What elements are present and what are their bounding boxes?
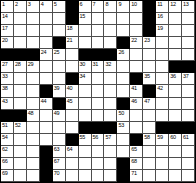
black-square-r6c15 (182, 61, 195, 73)
cell-r2c8[interactable] (92, 13, 105, 25)
cell-r5c14[interactable] (169, 49, 182, 61)
clue-number: 25 (54, 49, 60, 55)
clue-number: 35 (144, 73, 150, 79)
cell-r2c1[interactable]: 14 (1, 13, 14, 25)
cell-r8c5[interactable]: 39 (53, 85, 66, 97)
cell-r4c6[interactable]: 21 (66, 37, 79, 49)
cell-r7c9[interactable] (104, 73, 117, 85)
cell-r8c11[interactable]: 41 (130, 85, 143, 97)
black-square-r11c15 (182, 122, 195, 134)
cell-r5c4[interactable]: 24 (40, 49, 53, 61)
cell-r4c2[interactable] (14, 37, 27, 49)
cell-r6c5[interactable] (53, 61, 66, 73)
cell-r12c5[interactable] (53, 134, 66, 146)
cell-r6c7[interactable]: 30 (79, 61, 92, 73)
cell-r3c15[interactable] (182, 25, 195, 37)
black-square-r5c1 (1, 49, 14, 61)
cell-r2c2[interactable] (14, 13, 27, 25)
cell-r10c9[interactable] (104, 110, 117, 122)
black-square-r10c1 (1, 110, 14, 122)
cell-r2c9[interactable] (104, 13, 117, 25)
black-square-r8c12 (143, 85, 156, 97)
cell-r11c4[interactable] (40, 122, 53, 134)
cell-r12c15[interactable]: 61 (182, 134, 195, 146)
cell-r13c12[interactable] (143, 146, 156, 158)
cell-r13c6[interactable]: 64 (66, 146, 79, 158)
black-square-r4c10 (117, 37, 130, 49)
clue-number: 62 (2, 146, 8, 152)
clue-number: 60 (170, 134, 176, 140)
clue-number: 58 (144, 134, 150, 140)
clue-number: 40 (67, 85, 73, 91)
cell-r14c11[interactable]: 68 (130, 158, 143, 170)
clue-number: 67 (54, 158, 60, 164)
cell-r9c3[interactable] (27, 98, 40, 110)
cell-r4c1[interactable]: 20 (1, 37, 14, 49)
cell-r3c10[interactable] (117, 25, 130, 37)
cell-r10c8[interactable] (92, 110, 105, 122)
clue-number: 22 (131, 37, 137, 43)
cell-r7c12[interactable]: 35 (143, 73, 156, 85)
cell-r8c7[interactable] (79, 85, 92, 97)
cell-r4c12[interactable]: 23 (143, 37, 156, 49)
black-square-r13c4 (40, 146, 53, 158)
clue-number: 65 (131, 146, 137, 152)
cell-r14c7[interactable] (79, 158, 92, 170)
cell-r12c9[interactable]: 57 (104, 134, 117, 146)
cell-r11c3[interactable] (27, 122, 40, 134)
cell-r13c14[interactable] (169, 146, 182, 158)
cell-r12c3[interactable] (27, 134, 40, 146)
clue-number: 51 (2, 122, 8, 128)
cell-r6c6[interactable] (66, 61, 79, 73)
clue-number: 49 (54, 110, 60, 116)
cell-r2c13[interactable]: 16 (156, 13, 169, 25)
cell-r15c13[interactable] (156, 170, 169, 182)
cell-r6c13[interactable] (156, 61, 169, 73)
clue-number: 17 (2, 25, 8, 31)
cell-r14c5[interactable]: 67 (53, 158, 66, 170)
clue-number: 37 (183, 73, 189, 79)
clue-number: 41 (131, 85, 137, 91)
cell-r6c8[interactable]: 31 (92, 61, 105, 73)
cell-r12c8[interactable]: 56 (92, 134, 105, 146)
cell-r9c14[interactable] (169, 98, 182, 110)
clue-number: 21 (67, 37, 73, 43)
cell-r1c13[interactable]: 11 (156, 1, 169, 13)
clue-number: 26 (118, 49, 124, 55)
cell-r8c8[interactable] (92, 85, 105, 97)
cell-r1c14[interactable]: 12 (169, 1, 182, 13)
cell-r4c13[interactable] (156, 37, 169, 49)
cell-r15c3[interactable] (27, 170, 40, 182)
cell-r13c13[interactable] (156, 146, 169, 158)
cell-r2c4[interactable] (40, 13, 53, 25)
cell-r11c2[interactable]: 52 (14, 122, 27, 134)
cell-r13c10[interactable] (117, 146, 130, 158)
black-square-r11c8 (92, 122, 105, 134)
cell-r1c8[interactable]: 7 (92, 1, 105, 13)
cell-r9c12[interactable]: 47 (143, 98, 156, 110)
clue-number: 1 (2, 1, 5, 7)
black-square-r1c12 (143, 1, 156, 13)
clue-number: 46 (131, 98, 137, 104)
cell-r10c5[interactable]: 49 (53, 110, 66, 122)
cell-r10c7[interactable] (79, 110, 92, 122)
cell-r5c5[interactable]: 25 (53, 49, 66, 61)
black-square-r11c14 (169, 122, 182, 134)
black-square-r1c6 (66, 1, 79, 13)
clue-number: 42 (157, 85, 163, 91)
clue-number: 24 (41, 49, 47, 55)
black-square-r2c6 (66, 13, 79, 25)
cell-r7c5[interactable] (53, 73, 66, 85)
clue-number: 32 (105, 61, 111, 67)
cell-r10c6[interactable] (66, 110, 79, 122)
cell-r13c7[interactable] (79, 146, 92, 158)
cell-r14c2[interactable] (14, 158, 27, 170)
cell-r5c6[interactable] (66, 49, 79, 61)
cell-r9c13[interactable] (156, 98, 169, 110)
cell-r4c7[interactable] (79, 37, 92, 49)
clue-number: 18 (67, 25, 73, 31)
cell-r14c12[interactable] (143, 158, 156, 170)
clue-number: 47 (144, 98, 150, 104)
cell-r4c15[interactable] (182, 37, 195, 49)
clue-number: 29 (28, 61, 34, 67)
cell-r12c4[interactable] (40, 134, 53, 146)
cell-r3c11[interactable] (130, 25, 143, 37)
clue-number: 2 (15, 1, 18, 7)
clue-number: 43 (2, 98, 8, 104)
cell-r15c6[interactable] (66, 170, 79, 182)
black-square-r2c12 (143, 13, 156, 25)
cell-r10c12[interactable] (143, 110, 156, 122)
clue-number: 70 (54, 170, 60, 176)
clue-number: 23 (144, 37, 150, 43)
cell-r4c14[interactable] (169, 37, 182, 49)
cell-r7c2[interactable] (14, 73, 27, 85)
black-square-r5c9 (104, 49, 117, 61)
clue-number: 20 (2, 37, 8, 43)
black-square-r12c6 (66, 134, 79, 146)
cell-r9c1[interactable]: 43 (1, 98, 14, 110)
clue-number: 56 (93, 134, 99, 140)
cell-r5c15[interactable] (182, 49, 195, 61)
cell-r9c15[interactable] (182, 98, 195, 110)
cell-r15c9[interactable] (104, 170, 117, 182)
cell-r14c9[interactable] (104, 158, 117, 170)
cell-r2c3[interactable] (27, 13, 40, 25)
cell-r11c1[interactable]: 51 (1, 122, 14, 134)
cell-r10c10[interactable]: 50 (117, 110, 130, 122)
cell-r8c13[interactable]: 42 (156, 85, 169, 97)
clue-number: 45 (67, 98, 73, 104)
cell-r1c4[interactable]: 4 (40, 1, 53, 13)
cell-r11c11[interactable] (130, 122, 143, 134)
cell-r9c2[interactable] (14, 98, 27, 110)
clue-number: 48 (28, 110, 34, 116)
black-square-r11c7 (79, 122, 92, 134)
clue-number: 34 (80, 73, 86, 79)
clue-number: 44 (41, 98, 47, 104)
black-square-r14c10 (117, 158, 130, 170)
cell-r13c11[interactable]: 65 (130, 146, 143, 158)
cell-r12c1[interactable]: 54 (1, 134, 14, 146)
cell-r13c2[interactable] (14, 146, 27, 158)
cell-r3c4[interactable] (40, 25, 53, 37)
cell-r10c13[interactable] (156, 110, 169, 122)
cell-r14c8[interactable] (92, 158, 105, 170)
cell-r6c3[interactable]: 29 (27, 61, 40, 73)
cell-r4c9[interactable] (104, 37, 117, 49)
cell-r3c3[interactable] (27, 25, 40, 37)
cell-r2c7[interactable]: 15 (79, 13, 92, 25)
clue-number: 28 (15, 61, 21, 67)
clue-number: 5 (54, 1, 57, 7)
cell-r7c10[interactable] (117, 73, 130, 85)
cell-r2c15[interactable] (182, 13, 195, 25)
black-square-r5c3 (27, 49, 40, 61)
clue-number: 69 (2, 170, 8, 176)
cell-r6c10[interactable] (117, 61, 130, 73)
cell-r8c10[interactable] (117, 85, 130, 97)
cell-r1c5[interactable]: 5 (53, 1, 66, 13)
cell-r15c12[interactable] (143, 170, 156, 182)
cell-r6c1[interactable]: 27 (1, 61, 14, 73)
cell-r8c6[interactable]: 40 (66, 85, 79, 97)
clue-number: 10 (131, 1, 137, 7)
clue-number: 50 (118, 110, 124, 116)
clue-number: 71 (131, 170, 137, 176)
clue-number: 30 (80, 61, 86, 67)
cell-r7c4[interactable] (40, 73, 53, 85)
cell-r5c12[interactable] (143, 49, 156, 61)
cell-r7c14[interactable]: 36 (169, 73, 182, 85)
black-square-r11c13 (156, 122, 169, 134)
cell-r8c9[interactable] (104, 85, 117, 97)
cell-r14c6[interactable] (66, 158, 79, 170)
cell-r4c8[interactable] (92, 37, 105, 49)
cell-r11c5[interactable] (53, 122, 66, 134)
cell-r8c15[interactable] (182, 85, 195, 97)
cell-r5c11[interactable] (130, 49, 143, 61)
cell-r8c3[interactable] (27, 85, 40, 97)
cell-r2c5[interactable] (53, 13, 66, 25)
cell-r9c4[interactable]: 44 (40, 98, 53, 110)
cell-r1c15[interactable]: 13 (182, 1, 195, 13)
cell-r9c8[interactable] (92, 98, 105, 110)
clue-number: 39 (54, 85, 60, 91)
cell-r7c7[interactable]: 34 (79, 73, 92, 85)
black-square-r5c2 (14, 49, 27, 61)
clue-number: 13 (183, 1, 189, 7)
cell-r3c14[interactable] (169, 25, 182, 37)
cell-r15c1[interactable]: 69 (1, 170, 14, 182)
cell-r10c14[interactable] (169, 110, 182, 122)
cell-r3c13[interactable]: 19 (156, 25, 169, 37)
black-square-r6c14 (169, 61, 182, 73)
cell-r1c10[interactable]: 9 (117, 1, 130, 13)
cell-r7c3[interactable] (27, 73, 40, 85)
cell-r2c11[interactable] (130, 13, 143, 25)
black-square-r8c4 (40, 85, 53, 97)
cell-r11c10[interactable]: 53 (117, 122, 130, 134)
cell-r3c8[interactable] (92, 25, 105, 37)
cell-r9c6[interactable]: 45 (66, 98, 79, 110)
crossword-grid: 1234567891011121314151617181920212223242… (0, 0, 196, 183)
cell-r3c9[interactable] (104, 25, 117, 37)
cell-r3c6[interactable]: 18 (66, 25, 79, 37)
clue-number: 54 (2, 134, 8, 140)
cell-r10c11[interactable] (130, 110, 143, 122)
cell-r9c11[interactable]: 46 (130, 98, 143, 110)
cell-r7c8[interactable] (92, 73, 105, 85)
clue-number: 3 (28, 1, 31, 7)
clue-number: 66 (2, 158, 8, 164)
cell-r7c15[interactable]: 37 (182, 73, 195, 85)
cell-r6c9[interactable]: 32 (104, 61, 117, 73)
cell-r1c7[interactable]: 6 (79, 1, 92, 13)
clue-number: 12 (170, 1, 176, 7)
cell-r15c11[interactable]: 71 (130, 170, 143, 182)
cell-r12c12[interactable]: 58 (143, 134, 156, 146)
cell-r4c3[interactable] (27, 37, 40, 49)
black-square-r5c8 (92, 49, 105, 61)
cell-r15c15[interactable] (182, 170, 195, 182)
cell-r10c4[interactable] (40, 110, 53, 122)
cell-r5c10[interactable]: 26 (117, 49, 130, 61)
cell-r4c4[interactable] (40, 37, 53, 49)
cell-r10c15[interactable] (182, 110, 195, 122)
cell-r6c12[interactable] (143, 61, 156, 73)
cell-r7c1[interactable]: 33 (1, 73, 14, 85)
black-square-r15c4 (40, 170, 53, 182)
cell-r3c1[interactable]: 17 (1, 25, 14, 37)
cell-r13c5[interactable]: 63 (53, 146, 66, 158)
clue-number: 14 (2, 13, 8, 19)
clue-number: 38 (2, 85, 8, 91)
cell-r13c8[interactable] (92, 146, 105, 158)
clue-number: 61 (183, 134, 189, 140)
cell-r14c1[interactable]: 66 (1, 158, 14, 170)
cell-r15c8[interactable] (92, 170, 105, 182)
clue-number: 59 (157, 134, 163, 140)
clue-number: 33 (2, 73, 8, 79)
cell-r4c11[interactable]: 22 (130, 37, 143, 49)
cell-r9c9[interactable] (104, 98, 117, 110)
clue-number: 52 (15, 122, 21, 128)
cell-r2c10[interactable] (117, 13, 130, 25)
cell-r12c10[interactable] (117, 134, 130, 146)
cell-r12c7[interactable]: 55 (79, 134, 92, 146)
clue-number: 19 (157, 25, 163, 31)
clue-number: 16 (157, 13, 163, 19)
cell-r13c1[interactable]: 62 (1, 146, 14, 158)
cell-r13c15[interactable] (182, 146, 195, 158)
cell-r1c1[interactable]: 1 (1, 1, 14, 13)
black-square-r10c2 (14, 110, 27, 122)
cell-r2c14[interactable] (169, 13, 182, 25)
cell-r9c7[interactable] (79, 98, 92, 110)
black-square-r4c5 (53, 37, 66, 49)
cell-r13c3[interactable] (27, 146, 40, 158)
cell-r15c7[interactable] (79, 170, 92, 182)
clue-number: 8 (105, 1, 108, 7)
clue-number: 55 (80, 134, 86, 140)
cell-r8c2[interactable] (14, 85, 27, 97)
clue-number: 15 (80, 13, 86, 19)
cell-r13c9[interactable] (104, 146, 117, 158)
cell-r1c3[interactable]: 3 (27, 1, 40, 13)
clue-number: 31 (93, 61, 99, 67)
clue-number: 6 (80, 1, 83, 7)
cell-r12c13[interactable]: 59 (156, 134, 169, 146)
cell-r14c13[interactable] (156, 158, 169, 170)
black-square-r11c9 (104, 122, 117, 134)
cell-r10c3[interactable]: 48 (27, 110, 40, 122)
cell-r14c14[interactable] (169, 158, 182, 170)
cell-r12c14[interactable]: 60 (169, 134, 182, 146)
cell-r1c2[interactable]: 2 (14, 1, 27, 13)
cell-r6c4[interactable] (40, 61, 53, 73)
cell-r15c2[interactable] (14, 170, 27, 182)
cell-r7c13[interactable] (156, 73, 169, 85)
black-square-r5c7 (79, 49, 92, 61)
cell-r1c11[interactable]: 10 (130, 1, 143, 13)
black-square-r7c6 (66, 73, 79, 85)
black-square-r12c11 (130, 134, 143, 146)
cell-r12c2[interactable] (14, 134, 27, 146)
cell-r14c15[interactable] (182, 158, 195, 170)
black-square-r9c10 (117, 98, 130, 110)
clue-number: 11 (157, 1, 162, 7)
cell-r15c14[interactable] (169, 170, 182, 182)
clue-number: 27 (2, 61, 8, 67)
clue-number: 64 (67, 146, 73, 152)
cell-r14c3[interactable] (27, 158, 40, 170)
black-square-r9c5 (53, 98, 66, 110)
clue-number: 4 (41, 1, 44, 7)
clue-number: 68 (131, 158, 137, 164)
black-square-r14c4 (40, 158, 53, 170)
cell-r6c11[interactable] (130, 61, 143, 73)
black-square-r15c10 (117, 170, 130, 182)
black-square-r7c11 (130, 73, 143, 85)
black-square-r3c12 (143, 25, 156, 37)
cell-r15c5[interactable]: 70 (53, 170, 66, 182)
cell-r6c2[interactable]: 28 (14, 61, 27, 73)
cell-r3c5[interactable] (53, 25, 66, 37)
clue-number: 36 (170, 73, 176, 79)
cell-r11c6[interactable] (66, 122, 79, 134)
cell-r3c2[interactable] (14, 25, 27, 37)
clue-number: 7 (93, 1, 96, 7)
clue-number: 53 (118, 122, 124, 128)
clue-number: 63 (54, 146, 60, 152)
cell-r11c12[interactable] (143, 122, 156, 134)
clue-number: 9 (118, 1, 121, 7)
cell-r5c13[interactable] (156, 49, 169, 61)
clue-number: 57 (105, 134, 111, 140)
cell-r1c9[interactable]: 8 (104, 1, 117, 13)
cell-r8c14[interactable] (169, 85, 182, 97)
cell-r3c7[interactable] (79, 25, 92, 37)
cell-r8c1[interactable]: 38 (1, 85, 14, 97)
